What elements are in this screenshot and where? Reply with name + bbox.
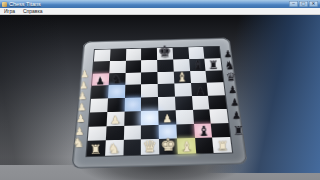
- square-c5[interactable]: [124, 85, 141, 98]
- close-button[interactable]: ✕: [309, 1, 318, 7]
- board-3d: ♚♝♜♟♞♝♟♟♟♝♜♞♛♚♝♜♟♟♟♟♟♟♞♟♞♛♟♟♟♜: [71, 38, 248, 169]
- titlebar[interactable]: Chess Titans – ▢ ✕: [0, 0, 320, 8]
- white-bishop-f1[interactable]: ♝: [177, 138, 196, 154]
- square-e8[interactable]: [157, 48, 173, 60]
- black-bishop-g2[interactable]: ♝: [193, 123, 212, 138]
- square-b7[interactable]: [109, 61, 125, 73]
- menu-help[interactable]: Справка: [23, 8, 43, 14]
- square-f6[interactable]: [174, 71, 191, 84]
- white-rook-h1[interactable]: ♜: [212, 137, 232, 153]
- square-a6[interactable]: [92, 73, 109, 86]
- square-e6[interactable]: [157, 71, 174, 84]
- app-icon: [2, 2, 7, 7]
- square-d5[interactable]: [141, 84, 158, 97]
- square-a8[interactable]: [94, 49, 110, 61]
- menu-game[interactable]: Игра: [4, 8, 15, 14]
- square-d7[interactable]: [141, 60, 157, 72]
- window-title: Chess Titans: [9, 1, 41, 7]
- square-g7[interactable]: [189, 58, 206, 70]
- square-d8[interactable]: [141, 48, 157, 60]
- square-c7[interactable]: [125, 60, 141, 72]
- window-controls: – ▢ ✕: [289, 1, 318, 7]
- square-h8[interactable]: [203, 47, 220, 59]
- square-e5[interactable]: [158, 84, 175, 97]
- white-knight-b1[interactable]: ♞: [105, 140, 124, 156]
- menu-bar: Игра Справка: [0, 8, 320, 15]
- square-a7[interactable]: [93, 61, 110, 73]
- square-c6[interactable]: [125, 72, 141, 85]
- square-b8[interactable]: [110, 49, 126, 61]
- square-f7[interactable]: [173, 59, 190, 71]
- square-f8[interactable]: [172, 47, 188, 59]
- captured-white-pawn-2: ♟: [77, 90, 90, 101]
- square-b6[interactable]: [108, 73, 125, 86]
- captured-black-pawn-4: ♟: [227, 97, 241, 109]
- maximize-button[interactable]: ▢: [299, 1, 308, 7]
- captured-white-pawn-4: ♟: [75, 113, 88, 125]
- captured-black-pawn-5: ♟: [229, 109, 243, 121]
- square-d6[interactable]: [141, 72, 157, 85]
- square-g6[interactable]: [190, 70, 207, 83]
- white-pawn-e3[interactable]: ♟: [158, 110, 176, 124]
- captured-black-pawn-3: ♟: [226, 84, 239, 95]
- captured-white-pawn-3: ♟: [76, 101, 89, 113]
- white-pawn-b3[interactable]: ♟: [106, 111, 124, 125]
- square-c8[interactable]: [126, 49, 142, 61]
- square-h6[interactable]: [206, 70, 224, 83]
- square-b5[interactable]: [108, 85, 125, 98]
- square-g8[interactable]: [188, 47, 205, 59]
- game-viewport: ♚♝♜♟♞♝♟♟♟♝♜♞♛♚♝♜♟♟♟♟♟♟♞♟♞♛♟♟♟♜: [0, 15, 320, 180]
- square-e7[interactable]: [157, 59, 173, 71]
- captured-black-rook-6: ♜: [231, 124, 245, 137]
- board-scene: ♚♝♜♟♞♝♟♟♟♝♜♞♛♚♝♜♟♟♟♟♟♟♞♟♞♛♟♟♟♜: [0, 15, 320, 180]
- minimize-button[interactable]: –: [289, 1, 298, 7]
- chess-titans-window: Chess Titans – ▢ ✕ Игра Справка ♚♝♜♟♞♝♟♟…: [0, 0, 320, 180]
- square-h7[interactable]: [205, 58, 222, 70]
